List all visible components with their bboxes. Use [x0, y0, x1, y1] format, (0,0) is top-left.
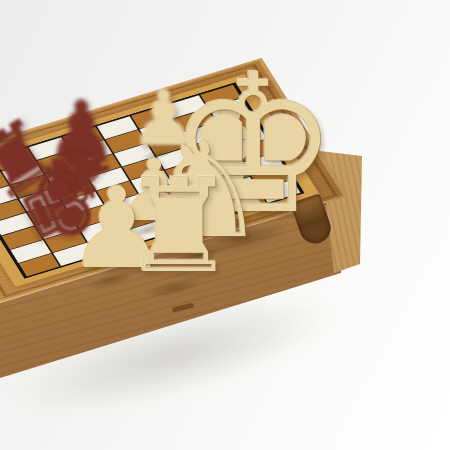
chess-box-photo: ♟♟♜♞♚♝♟♚♞♟♜ [0, 0, 450, 450]
light-rook[interactable]: ♜ [121, 161, 238, 291]
piece-layer: ♟♟♜♞♚♝♟♚♞♟♜ [0, 0, 450, 450]
